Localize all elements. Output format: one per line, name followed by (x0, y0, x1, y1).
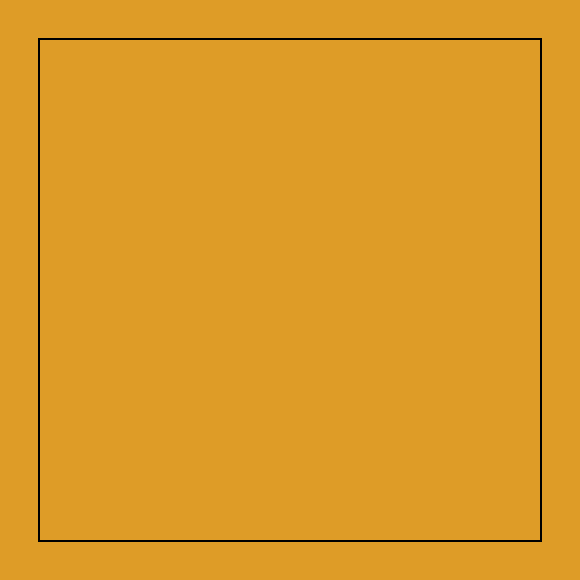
board-grid[interactable] (38, 38, 542, 542)
go-board (0, 0, 580, 580)
